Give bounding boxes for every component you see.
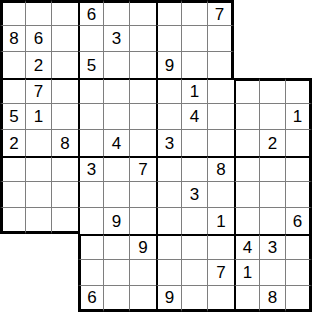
given-digit-r10c8[interactable]: 7 xyxy=(208,260,234,286)
given-digit-r2c3[interactable]: 5 xyxy=(78,52,104,78)
cell-r1c8[interactable] xyxy=(208,26,234,52)
void-region xyxy=(286,26,312,52)
cell-r7c9[interactable] xyxy=(234,182,260,208)
cell-r5c11[interactable] xyxy=(286,130,312,156)
cell-r5c3[interactable] xyxy=(78,130,104,156)
given-digit-r9c9[interactable]: 4 xyxy=(234,234,260,260)
given-digit-r5c0[interactable]: 2 xyxy=(0,130,26,156)
given-digit-r1c4[interactable]: 3 xyxy=(104,26,130,52)
cell-r8c10[interactable] xyxy=(260,208,286,234)
cell-r2c0[interactable] xyxy=(0,52,26,78)
void-region xyxy=(0,286,26,312)
void-region xyxy=(26,286,52,312)
cell-r3c0[interactable] xyxy=(0,78,26,104)
given-digit-r5c4[interactable]: 4 xyxy=(104,130,130,156)
cell-r2c2[interactable] xyxy=(52,52,78,78)
given-digit-r10c9[interactable]: 1 xyxy=(234,260,260,286)
given-digit-r11c10[interactable]: 8 xyxy=(260,286,286,312)
cell-r11c4[interactable] xyxy=(104,286,130,312)
given-digit-r3c1[interactable]: 7 xyxy=(26,78,52,104)
cell-r2c5[interactable] xyxy=(130,52,156,78)
void-region xyxy=(234,26,260,52)
cell-r9c7[interactable] xyxy=(182,234,208,260)
cell-r8c7[interactable] xyxy=(182,208,208,234)
given-digit-r11c3[interactable]: 6 xyxy=(78,286,104,312)
void-region xyxy=(26,234,52,260)
cell-r6c4[interactable] xyxy=(104,156,130,182)
cell-r8c5[interactable] xyxy=(130,208,156,234)
cell-r1c7[interactable] xyxy=(182,26,208,52)
cell-r8c3[interactable] xyxy=(78,208,104,234)
cell-r1c6[interactable] xyxy=(156,26,182,52)
given-digit-r3c7[interactable]: 1 xyxy=(182,78,208,104)
void-region xyxy=(260,52,286,78)
cell-r6c11[interactable] xyxy=(286,156,312,182)
given-digit-r5c6[interactable]: 3 xyxy=(156,130,182,156)
given-digit-r6c8[interactable]: 8 xyxy=(208,156,234,182)
cell-r4c5[interactable] xyxy=(130,104,156,130)
cell-r5c7[interactable] xyxy=(182,130,208,156)
cell-r4c2[interactable] xyxy=(52,104,78,130)
cell-r9c3[interactable] xyxy=(78,234,104,260)
cell-r4c6[interactable] xyxy=(156,104,182,130)
cell-r8c6[interactable] xyxy=(156,208,182,234)
cell-r1c2[interactable] xyxy=(52,26,78,52)
void-region xyxy=(52,286,78,312)
cell-r0c2[interactable] xyxy=(52,0,78,26)
void-region xyxy=(260,0,286,26)
cell-r0c0[interactable] xyxy=(0,0,26,26)
cell-r7c1[interactable] xyxy=(26,182,52,208)
cell-r2c7[interactable] xyxy=(182,52,208,78)
cell-r5c5[interactable] xyxy=(130,130,156,156)
cell-r8c2[interactable] xyxy=(52,208,78,234)
cell-r10c10[interactable] xyxy=(260,260,286,286)
cell-r11c7[interactable] xyxy=(182,286,208,312)
given-digit-r9c5[interactable]: 9 xyxy=(130,234,156,260)
cell-r6c9[interactable] xyxy=(234,156,260,182)
void-region xyxy=(26,260,52,286)
cell-r4c8[interactable] xyxy=(208,104,234,130)
cell-r3c11[interactable] xyxy=(286,78,312,104)
given-digit-r2c1[interactable]: 2 xyxy=(26,52,52,78)
cell-r6c7[interactable] xyxy=(182,156,208,182)
cell-r7c0[interactable] xyxy=(0,182,26,208)
cell-r0c7[interactable] xyxy=(182,0,208,26)
given-digit-r1c0[interactable]: 8 xyxy=(0,26,26,52)
cell-r11c11[interactable] xyxy=(286,286,312,312)
cell-r6c2[interactable] xyxy=(52,156,78,182)
given-digit-r0c3[interactable]: 6 xyxy=(78,0,104,26)
cell-r11c5[interactable] xyxy=(130,286,156,312)
cell-r0c6[interactable] xyxy=(156,0,182,26)
given-digit-r5c2[interactable]: 8 xyxy=(52,130,78,156)
cell-r3c10[interactable] xyxy=(260,78,286,104)
given-digit-r6c3[interactable]: 3 xyxy=(78,156,104,182)
cell-r1c3[interactable] xyxy=(78,26,104,52)
cell-r3c9[interactable] xyxy=(234,78,260,104)
cell-r6c6[interactable] xyxy=(156,156,182,182)
given-digit-r4c1[interactable]: 1 xyxy=(26,104,52,130)
cell-r4c4[interactable] xyxy=(104,104,130,130)
sudoku-board: 6786325971514128432378391694371698 xyxy=(0,0,312,312)
given-digit-r8c11[interactable]: 6 xyxy=(286,208,312,234)
cell-r5c9[interactable] xyxy=(234,130,260,156)
cell-r10c6[interactable] xyxy=(156,260,182,286)
cell-r0c4[interactable] xyxy=(104,0,130,26)
void-region xyxy=(0,260,26,286)
cell-r8c9[interactable] xyxy=(234,208,260,234)
given-digit-r11c6[interactable]: 9 xyxy=(156,286,182,312)
void-region xyxy=(0,234,26,260)
void-region xyxy=(52,234,78,260)
cell-r7c11[interactable] xyxy=(286,182,312,208)
cell-r4c10[interactable] xyxy=(260,104,286,130)
cell-r10c4[interactable] xyxy=(104,260,130,286)
cell-r5c1[interactable] xyxy=(26,130,52,156)
given-digit-r4c0[interactable]: 5 xyxy=(0,104,26,130)
cell-r11c8[interactable] xyxy=(208,286,234,312)
cell-r7c8[interactable] xyxy=(208,182,234,208)
cell-r9c8[interactable] xyxy=(208,234,234,260)
void-region xyxy=(234,52,260,78)
cell-r3c2[interactable] xyxy=(52,78,78,104)
given-digit-r5c10[interactable]: 2 xyxy=(260,130,286,156)
cell-r7c3[interactable] xyxy=(78,182,104,208)
void-region xyxy=(286,52,312,78)
cell-r0c1[interactable] xyxy=(26,0,52,26)
void-region xyxy=(52,260,78,286)
cell-r3c5[interactable] xyxy=(130,78,156,104)
cell-r10c7[interactable] xyxy=(182,260,208,286)
void-region xyxy=(260,26,286,52)
cell-r10c5[interactable] xyxy=(130,260,156,286)
cell-r7c2[interactable] xyxy=(52,182,78,208)
cell-r10c11[interactable] xyxy=(286,260,312,286)
puzzle-page: 6786325971514128432378391694371698 xyxy=(0,0,312,320)
void-region xyxy=(234,0,260,26)
cell-r6c1[interactable] xyxy=(26,156,52,182)
cell-r7c4[interactable] xyxy=(104,182,130,208)
cell-r2c8[interactable] xyxy=(208,52,234,78)
cell-r9c6[interactable] xyxy=(156,234,182,260)
given-digit-r6c5[interactable]: 7 xyxy=(130,156,156,182)
cell-r7c10[interactable] xyxy=(260,182,286,208)
given-digit-r8c4[interactable]: 9 xyxy=(104,208,130,234)
given-digit-r4c7[interactable]: 4 xyxy=(182,104,208,130)
void-region xyxy=(286,0,312,26)
cell-r7c6[interactable] xyxy=(156,182,182,208)
cell-r3c4[interactable] xyxy=(104,78,130,104)
given-digit-r4c11[interactable]: 1 xyxy=(286,104,312,130)
cell-r3c6[interactable] xyxy=(156,78,182,104)
cell-r7c5[interactable] xyxy=(130,182,156,208)
cell-r4c9[interactable] xyxy=(234,104,260,130)
cell-r9c11[interactable] xyxy=(286,234,312,260)
cell-r4c3[interactable] xyxy=(78,104,104,130)
cell-r2c4[interactable] xyxy=(104,52,130,78)
cell-r8c0[interactable] xyxy=(0,208,26,234)
cell-r3c3[interactable] xyxy=(78,78,104,104)
cell-r9c4[interactable] xyxy=(104,234,130,260)
given-digit-r2c6[interactable]: 9 xyxy=(156,52,182,78)
cell-r5c8[interactable] xyxy=(208,130,234,156)
given-digit-r7c7[interactable]: 3 xyxy=(182,182,208,208)
given-digit-r9c10[interactable]: 3 xyxy=(260,234,286,260)
cell-r6c10[interactable] xyxy=(260,156,286,182)
given-digit-r1c1[interactable]: 6 xyxy=(26,26,52,52)
cell-r3c8[interactable] xyxy=(208,78,234,104)
cell-r6c0[interactable] xyxy=(0,156,26,182)
given-digit-r0c8[interactable]: 7 xyxy=(208,0,234,26)
cell-r1c5[interactable] xyxy=(130,26,156,52)
cell-r10c3[interactable] xyxy=(78,260,104,286)
cell-r11c9[interactable] xyxy=(234,286,260,312)
cell-r0c5[interactable] xyxy=(130,0,156,26)
given-digit-r8c8[interactable]: 1 xyxy=(208,208,234,234)
cell-r8c1[interactable] xyxy=(26,208,52,234)
